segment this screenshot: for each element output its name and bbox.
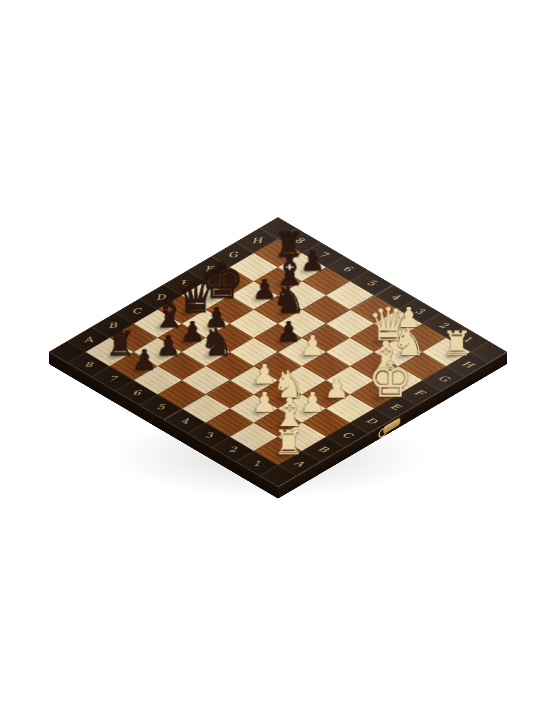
black-knight-f6[interactable]: ♞ (272, 285, 306, 316)
top-file-label-h-text: H (239, 232, 275, 249)
board-3d-tilt: ABCDEFGH8♜♝♛♚♜87♟♟♟♟♟♝♟76♞♞65♟54♟♟43♟♞♛♟… (49, 217, 507, 486)
white-rook-h1[interactable]: ♜ (440, 330, 474, 358)
chess-board: ABCDEFGH8♜♝♛♚♜87♟♟♟♟♟♝♟76♞♞65♟54♟♟43♟♞♛♟… (49, 217, 507, 486)
chess-scene: ABCDEFGH8♜♝♛♚♜87♟♟♟♟♟♝♟76♞♞65♟54♟♟43♟♞♛♟… (116, 190, 440, 514)
white-rook-a1[interactable]: ♜ (272, 429, 306, 457)
product-photo-page: ABCDEFGH8♜♝♛♚♜87♟♟♟♟♟♝♟76♞♞65♟54♟♟43♟♞♛♟… (0, 0, 540, 720)
black-pawn-a7[interactable]: ♟ (127, 349, 161, 372)
black-knight-c6[interactable]: ♞ (199, 327, 233, 358)
white-pawn-e4[interactable]: ♟ (296, 335, 330, 358)
white-king-e1[interactable]: ♚ (368, 360, 402, 401)
